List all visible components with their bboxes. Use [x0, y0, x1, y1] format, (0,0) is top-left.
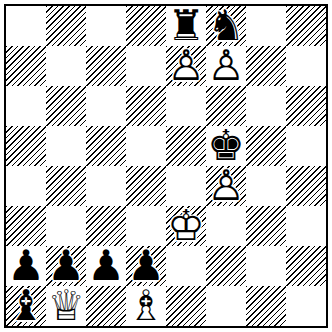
- square-c8[interactable]: [86, 6, 126, 46]
- square-f8[interactable]: ♞♞: [206, 6, 246, 46]
- square-h6[interactable]: [286, 86, 326, 126]
- board-frame: ♜♜♞♞♟♙♟♙♚♚♟♙♚♔♟♟♟♟♟♟♟♟♝♝♛♕♝♗: [4, 4, 328, 328]
- black-pawn[interactable]: ♟: [6, 246, 46, 286]
- square-d5[interactable]: [126, 126, 166, 166]
- square-b5[interactable]: [46, 126, 86, 166]
- chess-diagram-page: ♜♜♞♞♟♙♟♙♚♚♟♙♚♔♟♟♟♟♟♟♟♟♝♝♛♕♝♗: [0, 0, 332, 332]
- square-h8[interactable]: [286, 6, 326, 46]
- black-knight[interactable]: ♞: [206, 6, 246, 46]
- black-rook[interactable]: ♜: [166, 6, 206, 46]
- black-pawn-fill: ♟: [6, 246, 46, 286]
- square-a8[interactable]: [6, 6, 46, 46]
- square-g2[interactable]: [246, 246, 286, 286]
- square-f6[interactable]: [206, 86, 246, 126]
- black-pawn-fill: ♟: [46, 246, 86, 286]
- square-b3[interactable]: [46, 206, 86, 246]
- square-b6[interactable]: [46, 86, 86, 126]
- square-c4[interactable]: [86, 166, 126, 206]
- square-a6[interactable]: [6, 86, 46, 126]
- square-a7[interactable]: [6, 46, 46, 86]
- square-f3[interactable]: [206, 206, 246, 246]
- square-b7[interactable]: [46, 46, 86, 86]
- white-pawn[interactable]: ♙: [206, 166, 246, 206]
- square-f5[interactable]: ♚♚: [206, 126, 246, 166]
- square-d6[interactable]: [126, 86, 166, 126]
- square-h1[interactable]: [286, 286, 326, 326]
- square-e7[interactable]: ♟♙: [166, 46, 206, 86]
- square-b4[interactable]: [46, 166, 86, 206]
- black-pawn[interactable]: ♟: [86, 246, 126, 286]
- black-pawn[interactable]: ♟: [46, 246, 86, 286]
- white-pawn-fill: ♟: [206, 166, 246, 206]
- square-d3[interactable]: [126, 206, 166, 246]
- black-king-fill: ♚: [206, 126, 246, 166]
- square-b1[interactable]: ♛♕: [46, 286, 86, 326]
- white-bishop[interactable]: ♗: [126, 286, 166, 326]
- square-e3[interactable]: ♚♔: [166, 206, 206, 246]
- square-b2[interactable]: ♟♟: [46, 246, 86, 286]
- square-a3[interactable]: [6, 206, 46, 246]
- square-c6[interactable]: [86, 86, 126, 126]
- square-c3[interactable]: [86, 206, 126, 246]
- white-bishop-fill: ♝: [126, 286, 166, 326]
- black-pawn-fill: ♟: [126, 246, 166, 286]
- square-h2[interactable]: [286, 246, 326, 286]
- square-e8[interactable]: ♜♜: [166, 6, 206, 46]
- square-d7[interactable]: [126, 46, 166, 86]
- square-f1[interactable]: [206, 286, 246, 326]
- square-a2[interactable]: ♟♟: [6, 246, 46, 286]
- white-pawn-fill: ♟: [166, 46, 206, 86]
- square-e2[interactable]: [166, 246, 206, 286]
- square-e5[interactable]: [166, 126, 206, 166]
- white-pawn-fill: ♟: [206, 46, 246, 86]
- white-queen[interactable]: ♕: [46, 286, 86, 326]
- chess-board: ♜♜♞♞♟♙♟♙♚♚♟♙♚♔♟♟♟♟♟♟♟♟♝♝♛♕♝♗: [6, 6, 326, 326]
- square-e4[interactable]: [166, 166, 206, 206]
- black-bishop-fill: ♝: [6, 286, 46, 326]
- square-f4[interactable]: ♟♙: [206, 166, 246, 206]
- square-c7[interactable]: [86, 46, 126, 86]
- black-pawn-fill: ♟: [86, 246, 126, 286]
- white-pawn[interactable]: ♙: [206, 46, 246, 86]
- black-knight-fill: ♞: [206, 6, 246, 46]
- white-queen-fill: ♛: [46, 286, 86, 326]
- square-c2[interactable]: ♟♟: [86, 246, 126, 286]
- white-king-fill: ♚: [166, 206, 206, 246]
- square-f7[interactable]: ♟♙: [206, 46, 246, 86]
- square-f2[interactable]: [206, 246, 246, 286]
- square-g1[interactable]: [246, 286, 286, 326]
- square-g5[interactable]: [246, 126, 286, 166]
- square-a4[interactable]: [6, 166, 46, 206]
- square-c1[interactable]: [86, 286, 126, 326]
- square-d2[interactable]: ♟♟: [126, 246, 166, 286]
- square-g8[interactable]: [246, 6, 286, 46]
- square-h3[interactable]: [286, 206, 326, 246]
- square-h4[interactable]: [286, 166, 326, 206]
- square-d1[interactable]: ♝♗: [126, 286, 166, 326]
- black-pawn[interactable]: ♟: [126, 246, 166, 286]
- square-a5[interactable]: [6, 126, 46, 166]
- square-g6[interactable]: [246, 86, 286, 126]
- square-h5[interactable]: [286, 126, 326, 166]
- white-pawn[interactable]: ♙: [166, 46, 206, 86]
- square-e1[interactable]: [166, 286, 206, 326]
- black-king[interactable]: ♚: [206, 126, 246, 166]
- square-d8[interactable]: [126, 6, 166, 46]
- square-e6[interactable]: [166, 86, 206, 126]
- black-bishop[interactable]: ♝: [6, 286, 46, 326]
- square-h7[interactable]: [286, 46, 326, 86]
- white-king[interactable]: ♔: [166, 206, 206, 246]
- square-d4[interactable]: [126, 166, 166, 206]
- square-c5[interactable]: [86, 126, 126, 166]
- square-g4[interactable]: [246, 166, 286, 206]
- square-a1[interactable]: ♝♝: [6, 286, 46, 326]
- black-rook-fill: ♜: [166, 6, 206, 46]
- square-g3[interactable]: [246, 206, 286, 246]
- square-g7[interactable]: [246, 46, 286, 86]
- square-b8[interactable]: [46, 6, 86, 46]
